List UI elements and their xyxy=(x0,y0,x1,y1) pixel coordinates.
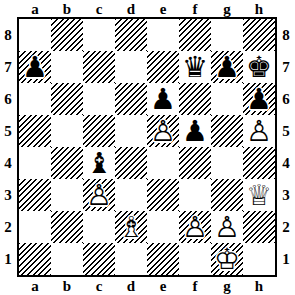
square-e7 xyxy=(147,51,179,83)
square-a5 xyxy=(19,115,51,147)
piece-glyph: ♙ xyxy=(179,211,211,243)
rank-label-left-5: 5 xyxy=(4,124,12,139)
file-label-bottom-b: b xyxy=(63,279,71,294)
square-e1 xyxy=(147,243,179,275)
rank-label-right-5: 5 xyxy=(282,124,290,139)
piece-glyph: ♟ xyxy=(19,51,51,83)
square-f7: ♛♛ xyxy=(179,51,211,83)
file-label-top-a: a xyxy=(31,2,39,17)
rank-label-right-8: 8 xyxy=(282,28,290,43)
square-a8 xyxy=(19,19,51,51)
square-f5: ♟♟ xyxy=(179,115,211,147)
rank-label-right-1: 1 xyxy=(282,252,290,267)
rank-label-right-4: 4 xyxy=(282,156,290,171)
file-label-bottom-e: e xyxy=(160,279,167,294)
black-pawn: ♟♟ xyxy=(19,51,51,83)
square-d5 xyxy=(115,115,147,147)
black-bishop: ♝♝ xyxy=(83,147,115,179)
square-a6 xyxy=(19,83,51,115)
square-d3 xyxy=(115,179,147,211)
piece-glyph: ♙ xyxy=(211,211,243,243)
white-queen: ♛♕ xyxy=(243,179,275,211)
square-h2 xyxy=(243,211,275,243)
rank-label-left-4: 4 xyxy=(4,156,12,171)
square-d4 xyxy=(115,147,147,179)
square-e2 xyxy=(147,211,179,243)
square-e5: ♟♙ xyxy=(147,115,179,147)
square-f8 xyxy=(179,19,211,51)
rank-label-right-7: 7 xyxy=(282,60,290,75)
black-pawn: ♟♟ xyxy=(243,83,275,115)
file-label-top-h: h xyxy=(255,2,263,17)
white-pawn: ♟♙ xyxy=(83,179,115,211)
square-c3: ♟♙ xyxy=(83,179,115,211)
file-label-bottom-a: a xyxy=(31,279,39,294)
white-king: ♚♔ xyxy=(211,243,243,275)
square-b5 xyxy=(51,115,83,147)
square-g5 xyxy=(211,115,243,147)
rank-label-left-7: 7 xyxy=(4,60,12,75)
square-d2: ♝♗ xyxy=(115,211,147,243)
piece-glyph: ♟ xyxy=(243,83,275,115)
piece-glyph: ♗ xyxy=(115,211,147,243)
white-pawn: ♟♙ xyxy=(243,115,275,147)
square-d6 xyxy=(115,83,147,115)
rank-label-left-6: 6 xyxy=(4,92,12,107)
square-h5: ♟♙ xyxy=(243,115,275,147)
black-pawn: ♟♟ xyxy=(179,115,211,147)
rank-label-right-2: 2 xyxy=(282,220,290,235)
file-label-bottom-g: g xyxy=(223,279,231,294)
square-h6: ♟♟ xyxy=(243,83,275,115)
square-f1 xyxy=(179,243,211,275)
piece-glyph: ♝ xyxy=(83,147,115,179)
rank-label-left-2: 2 xyxy=(4,220,12,235)
piece-glyph: ♙ xyxy=(83,179,115,211)
file-label-bottom-c: c xyxy=(96,279,103,294)
square-c5 xyxy=(83,115,115,147)
square-e6: ♟♟ xyxy=(147,83,179,115)
square-g4 xyxy=(211,147,243,179)
square-b4 xyxy=(51,147,83,179)
square-h8 xyxy=(243,19,275,51)
square-a1 xyxy=(19,243,51,275)
rank-label-right-3: 3 xyxy=(282,188,290,203)
square-f3 xyxy=(179,179,211,211)
black-queen: ♛♛ xyxy=(179,51,211,83)
square-f4 xyxy=(179,147,211,179)
file-label-top-e: e xyxy=(160,2,167,17)
white-pawn: ♟♙ xyxy=(147,115,179,147)
piece-glyph: ♛ xyxy=(179,51,211,83)
chess-diagram: ♟♟♛♛♟♟♚♚♟♟♟♟♟♙♟♟♟♙♝♝♟♙♛♕♝♗♟♙♟♙♚♔ aabbccd… xyxy=(0,0,295,295)
file-label-top-b: b xyxy=(63,2,71,17)
square-a3 xyxy=(19,179,51,211)
square-b1 xyxy=(51,243,83,275)
rank-label-left-3: 3 xyxy=(4,188,12,203)
file-label-bottom-d: d xyxy=(127,279,135,294)
square-b3 xyxy=(51,179,83,211)
square-f6 xyxy=(179,83,211,115)
file-label-top-f: f xyxy=(193,2,198,17)
square-b6 xyxy=(51,83,83,115)
rank-label-left-1: 1 xyxy=(4,252,12,267)
square-f2: ♟♙ xyxy=(179,211,211,243)
rank-label-right-6: 6 xyxy=(282,92,290,107)
square-a4 xyxy=(19,147,51,179)
piece-glyph: ♟ xyxy=(147,83,179,115)
file-label-bottom-f: f xyxy=(193,279,198,294)
file-label-top-d: d xyxy=(127,2,135,17)
piece-glyph: ♕ xyxy=(243,179,275,211)
square-c8 xyxy=(83,19,115,51)
piece-glyph: ♟ xyxy=(211,51,243,83)
white-pawn: ♟♙ xyxy=(211,211,243,243)
square-g2: ♟♙ xyxy=(211,211,243,243)
square-g7: ♟♟ xyxy=(211,51,243,83)
piece-glyph: ♟ xyxy=(179,115,211,147)
piece-glyph: ♙ xyxy=(147,115,179,147)
black-pawn: ♟♟ xyxy=(147,83,179,115)
square-g8 xyxy=(211,19,243,51)
black-king: ♚♚ xyxy=(243,51,275,83)
square-a7: ♟♟ xyxy=(19,51,51,83)
piece-glyph: ♔ xyxy=(211,243,243,275)
chess-board: ♟♟♛♛♟♟♚♚♟♟♟♟♟♙♟♟♟♙♝♝♟♙♛♕♝♗♟♙♟♙♚♔ xyxy=(17,17,277,277)
square-d8 xyxy=(115,19,147,51)
black-pawn: ♟♟ xyxy=(211,51,243,83)
square-b8 xyxy=(51,19,83,51)
square-c4: ♝♝ xyxy=(83,147,115,179)
square-c1 xyxy=(83,243,115,275)
square-d1 xyxy=(115,243,147,275)
square-b2 xyxy=(51,211,83,243)
square-c6 xyxy=(83,83,115,115)
square-h4 xyxy=(243,147,275,179)
square-d7 xyxy=(115,51,147,83)
square-c7 xyxy=(83,51,115,83)
square-e8 xyxy=(147,19,179,51)
square-e4 xyxy=(147,147,179,179)
square-g1: ♚♔ xyxy=(211,243,243,275)
square-h1 xyxy=(243,243,275,275)
white-bishop: ♝♗ xyxy=(115,211,147,243)
square-a2 xyxy=(19,211,51,243)
square-b7 xyxy=(51,51,83,83)
white-pawn: ♟♙ xyxy=(179,211,211,243)
file-label-bottom-h: h xyxy=(255,279,263,294)
square-h7: ♚♚ xyxy=(243,51,275,83)
rank-label-left-8: 8 xyxy=(4,28,12,43)
piece-glyph: ♙ xyxy=(243,115,275,147)
file-label-top-c: c xyxy=(96,2,103,17)
square-h3: ♛♕ xyxy=(243,179,275,211)
square-c2 xyxy=(83,211,115,243)
piece-glyph: ♚ xyxy=(243,51,275,83)
square-e3 xyxy=(147,179,179,211)
file-label-top-g: g xyxy=(223,2,231,17)
square-g6 xyxy=(211,83,243,115)
square-g3 xyxy=(211,179,243,211)
